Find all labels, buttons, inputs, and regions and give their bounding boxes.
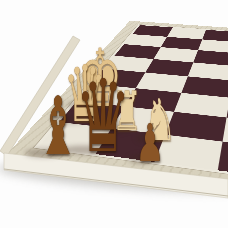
black-bishop-piece: ♝	[36, 87, 80, 167]
pieces-layer: ♚♛♜♞♛♝♟	[0, 0, 228, 228]
black-pawn-piece: ♟	[136, 117, 165, 169]
chess-set-photo: ♚♛♜♞♛♝♟	[0, 0, 228, 228]
black-queen-piece: ♛	[75, 67, 131, 167]
